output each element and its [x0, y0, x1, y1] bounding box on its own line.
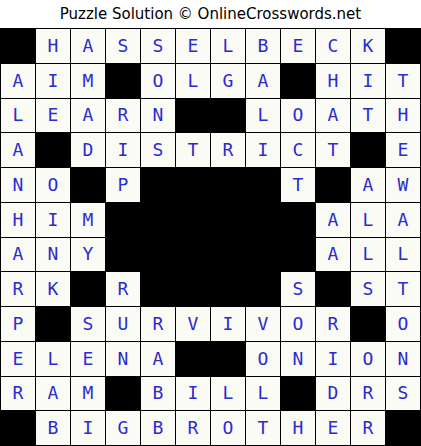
block-cell-r3c7 [211, 99, 245, 133]
cell-r6c2: I [36, 203, 70, 237]
cell-r7c2: N [36, 238, 70, 272]
cell-letter: O [258, 350, 269, 368]
block-cell-r6c7 [211, 203, 245, 237]
cell-r10c8: O [246, 342, 280, 376]
cell-letter: R [328, 315, 339, 333]
cell-letter: V [258, 315, 269, 333]
cell-r4c7: R [211, 133, 245, 167]
block-cell-r5c10 [316, 168, 350, 202]
cell-r1c3: A [71, 29, 105, 63]
cell-letter: D [83, 141, 94, 159]
cell-letter: H [398, 106, 409, 124]
cell-r12c9: H [281, 411, 315, 445]
cell-r3c1: L [1, 99, 35, 133]
cell-r5c2: O [36, 168, 70, 202]
cell-letter: L [363, 211, 374, 229]
cell-r12c2: B [36, 411, 70, 445]
block-cell-r8c5 [141, 272, 175, 306]
cell-letter: L [258, 106, 269, 124]
cell-r4c10: T [316, 133, 350, 167]
cell-r5c1: N [1, 168, 35, 202]
cell-r3c11: T [351, 99, 385, 133]
cell-letter: N [153, 106, 164, 124]
cell-letter: A [83, 106, 94, 124]
cell-letter: I [363, 72, 374, 90]
cell-r9c6: V [176, 307, 210, 341]
cell-letter: A [328, 106, 339, 124]
block-cell-r2c9 [281, 64, 315, 98]
cell-letter: A [13, 141, 24, 159]
block-cell-r1c1 [1, 29, 35, 63]
cell-letter: C [328, 37, 339, 55]
block-cell-r9c11 [351, 307, 385, 341]
block-cell-r5c5 [141, 168, 175, 202]
cell-r7c1: A [1, 238, 35, 272]
cell-r11c6: I [176, 377, 210, 411]
cell-letter: K [48, 280, 59, 298]
cell-letter: I [83, 419, 94, 437]
cell-r9c8: V [246, 307, 280, 341]
cell-r9c12: O [386, 307, 420, 341]
cell-letter: G [118, 419, 129, 437]
cell-r1c5: S [141, 29, 175, 63]
block-cell-r8c3 [71, 272, 105, 306]
cell-letter: R [153, 315, 164, 333]
cell-r11c2: A [36, 377, 70, 411]
cell-letter: A [13, 72, 24, 90]
block-cell-r7c5 [141, 238, 175, 272]
cell-r5c9: T [281, 168, 315, 202]
cell-letter: I [48, 72, 59, 90]
cell-letter: E [83, 350, 94, 368]
block-cell-r8c10 [316, 272, 350, 306]
cell-r1c10: C [316, 29, 350, 63]
block-cell-r12c12 [386, 411, 420, 445]
cell-r11c7: L [211, 377, 245, 411]
block-cell-r8c8 [246, 272, 280, 306]
cell-letter: Y [83, 245, 94, 263]
block-cell-r5c3 [71, 168, 105, 202]
cell-r11c8: L [246, 377, 280, 411]
block-cell-r4c11 [351, 133, 385, 167]
cell-letter: R [13, 280, 24, 298]
block-cell-r7c9 [281, 238, 315, 272]
cell-letter: T [363, 106, 374, 124]
cell-letter: I [48, 211, 59, 229]
cell-r2c10: H [316, 64, 350, 98]
cell-letter: I [118, 141, 129, 159]
block-cell-r8c7 [211, 272, 245, 306]
cell-letter: I [188, 384, 199, 402]
cell-r1c2: H [36, 29, 70, 63]
cell-r6c12: A [386, 203, 420, 237]
cell-r2c8: A [246, 64, 280, 98]
cell-r10c9: N [281, 342, 315, 376]
cell-r9c7: I [211, 307, 245, 341]
cell-letter: P [118, 176, 129, 194]
cell-letter: H [328, 72, 339, 90]
cell-r12c5: B [141, 411, 175, 445]
cell-r2c6: L [176, 64, 210, 98]
cell-letter: B [153, 419, 164, 437]
cell-r9c1: P [1, 307, 35, 341]
cell-letter: W [398, 176, 409, 194]
cell-r12c8: T [246, 411, 280, 445]
cell-letter: S [153, 141, 164, 159]
cell-r10c5: A [141, 342, 175, 376]
cell-letter: L [223, 384, 234, 402]
cell-letter: R [363, 419, 374, 437]
cell-letter: R [363, 384, 374, 402]
cell-r11c1: R [1, 377, 35, 411]
block-cell-r1c12 [386, 29, 420, 63]
cell-letter: A [13, 245, 24, 263]
cell-r8c9: S [281, 272, 315, 306]
block-cell-r5c6 [176, 168, 210, 202]
cell-r3c12: H [386, 99, 420, 133]
cell-r10c10: I [316, 342, 350, 376]
cell-letter: T [293, 176, 304, 194]
block-cell-r5c7 [211, 168, 245, 202]
cell-r11c10: D [316, 377, 350, 411]
cell-r10c1: E [1, 342, 35, 376]
cell-letter: T [258, 419, 269, 437]
cell-r9c9: O [281, 307, 315, 341]
cell-r12c3: I [71, 411, 105, 445]
cell-r3c8: L [246, 99, 280, 133]
cell-letter: I [258, 141, 269, 159]
block-cell-r8c6 [176, 272, 210, 306]
cell-letter: T [328, 141, 339, 159]
cell-letter: R [223, 141, 234, 159]
block-cell-r12c1 [1, 411, 35, 445]
cell-letter: L [363, 245, 374, 263]
cell-letter: S [83, 315, 94, 333]
cell-letter: N [13, 176, 24, 194]
cell-r9c3: S [71, 307, 105, 341]
cell-r11c3: M [71, 377, 105, 411]
cell-letter: S [118, 37, 129, 55]
cell-letter: L [13, 106, 24, 124]
cell-r11c11: R [351, 377, 385, 411]
block-cell-r6c5 [141, 203, 175, 237]
block-cell-r6c8 [246, 203, 280, 237]
cell-letter: P [13, 315, 24, 333]
cell-letter: S [153, 37, 164, 55]
cell-letter: A [258, 72, 269, 90]
page-title: Puzzle Solution © OnlineCrosswords.net [0, 0, 421, 28]
cell-letter: O [398, 315, 409, 333]
cell-letter: I [223, 315, 234, 333]
cell-letter: V [188, 315, 199, 333]
cell-r4c1: A [1, 133, 35, 167]
cell-letter: B [48, 419, 59, 437]
cell-letter: L [223, 37, 234, 55]
cell-letter: L [188, 72, 199, 90]
cell-letter: O [293, 315, 304, 333]
cell-r9c10: R [316, 307, 350, 341]
cell-r2c12: T [386, 64, 420, 98]
block-cell-r4c2 [36, 133, 70, 167]
cell-letter: R [188, 419, 199, 437]
cell-r8c4: R [106, 272, 140, 306]
cell-letter: A [328, 245, 339, 263]
cell-r3c3: A [71, 99, 105, 133]
cell-letter: O [48, 176, 59, 194]
block-cell-r7c4 [106, 238, 140, 272]
cell-r4c9: C [281, 133, 315, 167]
cell-letter: H [293, 419, 304, 437]
cell-r6c11: L [351, 203, 385, 237]
cell-r8c12: T [386, 272, 420, 306]
cell-r10c4: N [106, 342, 140, 376]
cell-r4c8: I [246, 133, 280, 167]
cell-r12c7: O [211, 411, 245, 445]
cell-letter: E [293, 37, 304, 55]
cell-letter: A [398, 211, 409, 229]
cell-r5c4: P [106, 168, 140, 202]
cell-r9c4: U [106, 307, 140, 341]
cell-r10c11: O [351, 342, 385, 376]
cell-r10c2: L [36, 342, 70, 376]
cell-r7c11: L [351, 238, 385, 272]
cell-r6c3: M [71, 203, 105, 237]
crossword-grid: HASSELBECKAIMOLGAHITLEARNLOATHADISTRICTE… [0, 28, 421, 446]
cell-r6c1: H [1, 203, 35, 237]
cell-letter: E [48, 106, 59, 124]
cell-r7c10: A [316, 238, 350, 272]
cell-r7c12: L [386, 238, 420, 272]
cell-r4c12: E [386, 133, 420, 167]
cell-letter: E [328, 419, 339, 437]
block-cell-r11c9 [281, 377, 315, 411]
cell-letter: E [13, 350, 24, 368]
cell-r1c6: E [176, 29, 210, 63]
cell-r12c10: E [316, 411, 350, 445]
cell-letter: H [13, 211, 24, 229]
cell-r4c5: S [141, 133, 175, 167]
cell-r12c11: R [351, 411, 385, 445]
cell-letter: M [83, 384, 94, 402]
block-cell-r7c7 [211, 238, 245, 272]
block-cell-r6c9 [281, 203, 315, 237]
cell-r8c11: S [351, 272, 385, 306]
block-cell-r5c8 [246, 168, 280, 202]
cell-r10c12: N [386, 342, 420, 376]
cell-r10c3: E [71, 342, 105, 376]
cell-r1c11: K [351, 29, 385, 63]
cell-letter: A [48, 384, 59, 402]
cell-letter: A [83, 37, 94, 55]
cell-r6c10: A [316, 203, 350, 237]
cell-letter: N [118, 350, 129, 368]
cell-r2c3: M [71, 64, 105, 98]
cell-r11c12: S [386, 377, 420, 411]
block-cell-r9c2 [36, 307, 70, 341]
cell-r3c5: N [141, 99, 175, 133]
cell-letter: A [153, 350, 164, 368]
cell-letter: R [118, 106, 129, 124]
cell-r3c9: O [281, 99, 315, 133]
cell-r7c3: Y [71, 238, 105, 272]
cell-r1c7: L [211, 29, 245, 63]
cell-r2c1: A [1, 64, 35, 98]
block-cell-r10c6 [176, 342, 210, 376]
cell-letter: B [153, 384, 164, 402]
cell-letter: A [328, 211, 339, 229]
cell-letter: H [48, 37, 59, 55]
block-cell-r6c4 [106, 203, 140, 237]
cell-letter: I [328, 350, 339, 368]
cell-r8c2: K [36, 272, 70, 306]
cell-r1c9: E [281, 29, 315, 63]
cell-letter: D [328, 384, 339, 402]
cell-letter: O [363, 350, 374, 368]
cell-letter: N [398, 350, 409, 368]
cell-r3c10: A [316, 99, 350, 133]
cell-letter: S [293, 280, 304, 298]
cell-letter: B [258, 37, 269, 55]
cell-r4c3: D [71, 133, 105, 167]
cell-r1c8: B [246, 29, 280, 63]
cell-r12c6: R [176, 411, 210, 445]
cell-letter: M [83, 72, 94, 90]
cell-r2c7: G [211, 64, 245, 98]
puzzle-solution-page: Puzzle Solution © OnlineCrosswords.net H… [0, 0, 421, 446]
cell-r5c11: A [351, 168, 385, 202]
cell-letter: T [188, 141, 199, 159]
cell-letter: O [293, 106, 304, 124]
block-cell-r6c6 [176, 203, 210, 237]
cell-r2c2: I [36, 64, 70, 98]
cell-letter: L [398, 245, 409, 263]
cell-letter: R [13, 384, 24, 402]
cell-letter: K [363, 37, 374, 55]
cell-letter: T [398, 72, 409, 90]
cell-letter: O [153, 72, 164, 90]
block-cell-r11c4 [106, 377, 140, 411]
block-cell-r2c4 [106, 64, 140, 98]
cell-letter: S [398, 384, 409, 402]
cell-letter: M [83, 211, 94, 229]
block-cell-r7c6 [176, 238, 210, 272]
cell-letter: N [48, 245, 59, 263]
cell-r2c5: O [141, 64, 175, 98]
cell-letter: T [398, 280, 409, 298]
cell-letter: E [398, 141, 409, 159]
block-cell-r7c8 [246, 238, 280, 272]
cell-letter: E [188, 37, 199, 55]
cell-r5c12: W [386, 168, 420, 202]
cell-letter: S [363, 280, 374, 298]
cell-letter: G [223, 72, 234, 90]
block-cell-r10c7 [211, 342, 245, 376]
cell-letter: C [293, 141, 304, 159]
cell-r3c4: R [106, 99, 140, 133]
cell-r1c4: S [106, 29, 140, 63]
cell-letter: O [223, 419, 234, 437]
cell-r9c5: R [141, 307, 175, 341]
cell-letter: U [118, 315, 129, 333]
block-cell-r3c6 [176, 99, 210, 133]
cell-letter: A [363, 176, 374, 194]
cell-r12c4: G [106, 411, 140, 445]
cell-r4c4: I [106, 133, 140, 167]
cell-r4c6: T [176, 133, 210, 167]
cell-letter: N [293, 350, 304, 368]
cell-r11c5: B [141, 377, 175, 411]
cell-r3c2: E [36, 99, 70, 133]
cell-r8c1: R [1, 272, 35, 306]
cell-r2c11: I [351, 64, 385, 98]
cell-letter: R [118, 280, 129, 298]
cell-letter: L [48, 350, 59, 368]
cell-letter: L [258, 384, 269, 402]
